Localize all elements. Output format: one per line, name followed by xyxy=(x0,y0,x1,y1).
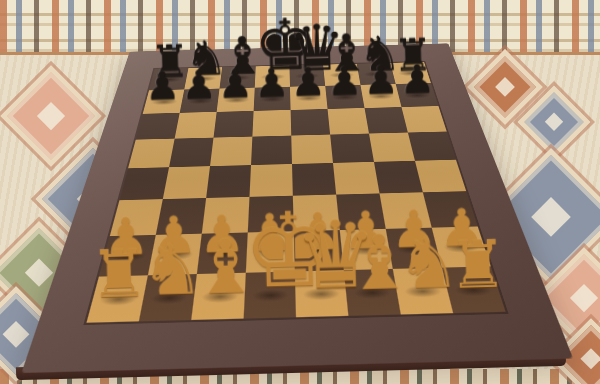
black-pawn-glyph: ♟ xyxy=(399,59,436,99)
square xyxy=(252,110,291,137)
white-knight-glyph: ♞ xyxy=(396,228,449,299)
black-pawn-glyph: ♟ xyxy=(144,66,181,106)
piece-black-pawn[interactable]: ♟ xyxy=(325,85,364,109)
square xyxy=(136,113,180,140)
white-knight-glyph: ♞ xyxy=(140,235,193,306)
square xyxy=(119,167,169,200)
white-rook-glyph: ♜ xyxy=(89,241,142,307)
white-rook-glyph: ♜ xyxy=(448,232,501,298)
square xyxy=(291,109,331,136)
square xyxy=(401,106,446,132)
square xyxy=(210,137,252,167)
white-bishop-glyph: ♝ xyxy=(345,224,398,300)
piece-white-king[interactable]: ♚ xyxy=(244,271,296,318)
square xyxy=(163,166,210,199)
board-perspective-wrapper: ♜♞♝♚♛♝♞♜♟♟♟♟♟♟♟♟♟♟♟♟♟♟♟♟♜♞♝♚♛♝♞♜ xyxy=(85,0,499,371)
square xyxy=(333,162,380,195)
square xyxy=(365,107,408,134)
square xyxy=(128,139,175,169)
white-bishop-glyph: ♝ xyxy=(191,228,244,304)
piece-black-pawn[interactable]: ♟ xyxy=(290,86,328,110)
board-perspective: ♜♞♝♚♛♝♞♜♟♟♟♟♟♟♟♟♟♟♟♟♟♟♟♟♜♞♝♚♛♝♞♜ xyxy=(85,0,499,371)
black-pawn-glyph: ♟ xyxy=(253,63,290,103)
piece-black-pawn[interactable]: ♟ xyxy=(217,88,255,112)
white-queen-glyph: ♛ xyxy=(293,208,347,302)
square xyxy=(408,131,456,160)
square xyxy=(415,160,466,193)
chess-scene: ♜♞♝♚♛♝♞♜♟♟♟♟♟♟♟♟♟♟♟♟♟♟♟♟♜♞♝♚♛♝♞♜ xyxy=(0,0,600,384)
square xyxy=(330,134,374,163)
square xyxy=(175,112,217,139)
piece-black-pawn[interactable]: ♟ xyxy=(254,87,291,111)
black-pawn-glyph: ♟ xyxy=(217,64,254,104)
square xyxy=(251,136,292,166)
square xyxy=(214,111,254,138)
chess-board: ♜♞♝♚♛♝♞♜♟♟♟♟♟♟♟♟♟♟♟♟♟♟♟♟♜♞♝♚♛♝♞♜ xyxy=(21,43,573,373)
square xyxy=(291,135,333,164)
black-pawn-glyph: ♟ xyxy=(362,60,399,100)
square xyxy=(328,108,369,135)
square xyxy=(169,138,213,168)
black-pawn-glyph: ♟ xyxy=(289,62,326,102)
black-pawn-glyph: ♟ xyxy=(180,65,217,105)
black-pawn-glyph: ♟ xyxy=(326,61,363,101)
piece-white-bishop[interactable]: ♝ xyxy=(344,269,401,316)
white-king-glyph: ♚ xyxy=(242,200,296,304)
